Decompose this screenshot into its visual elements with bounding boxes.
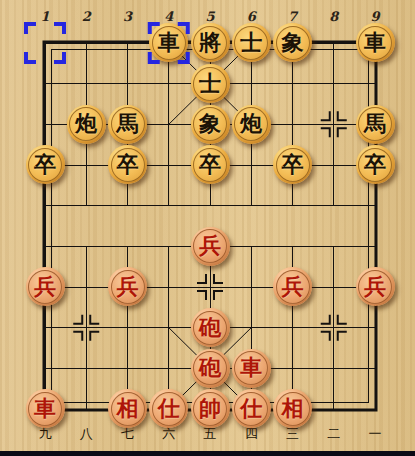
piece-black-卒[interactable]: 卒 [26,145,65,184]
piece-face: 象 [276,26,310,60]
piece-red-兵[interactable]: 兵 [26,267,65,306]
piece-face: 卒 [111,148,145,182]
piece-black-炮[interactable]: 炮 [232,105,271,144]
piece-black-象[interactable]: 象 [191,105,230,144]
piece-black-車[interactable]: 車 [356,23,395,62]
piece-face: 馬 [111,107,145,141]
window-bottom-edge [0,451,415,456]
piece-face: 士 [193,67,227,101]
piece-face: 砲 [193,311,227,345]
piece-face: 兵 [28,270,62,304]
piece-black-卒[interactable]: 卒 [273,145,312,184]
piece-black-卒[interactable]: 卒 [108,145,147,184]
piece-red-兵[interactable]: 兵 [273,267,312,306]
piece-black-炮[interactable]: 炮 [67,105,106,144]
piece-red-帥[interactable]: 帥 [191,389,230,428]
piece-black-象[interactable]: 象 [273,23,312,62]
piece-face: 炮 [234,107,268,141]
piece-red-仕[interactable]: 仕 [149,389,188,428]
piece-red-相[interactable]: 相 [273,389,312,428]
piece-red-仕[interactable]: 仕 [232,389,271,428]
piece-face: 卒 [276,148,310,182]
piece-face: 兵 [358,270,392,304]
piece-red-砲[interactable]: 砲 [191,349,230,388]
piece-black-馬[interactable]: 馬 [356,105,395,144]
piece-face: 將 [193,26,227,60]
piece-black-卒[interactable]: 卒 [356,145,395,184]
piece-face: 馬 [358,107,392,141]
piece-black-車[interactable]: 車 [149,23,188,62]
piece-face: 兵 [276,270,310,304]
piece-red-砲[interactable]: 砲 [191,308,230,347]
piece-face: 車 [234,351,268,385]
piece-black-將[interactable]: 將 [191,23,230,62]
piece-face: 仕 [152,392,186,426]
piece-face: 車 [28,392,62,426]
piece-face: 車 [152,26,186,60]
piece-black-士[interactable]: 士 [232,23,271,62]
piece-face: 車 [358,26,392,60]
piece-black-士[interactable]: 士 [191,64,230,103]
piece-face: 卒 [358,148,392,182]
piece-face: 相 [276,392,310,426]
piece-face: 砲 [193,351,227,385]
piece-red-兵[interactable]: 兵 [191,227,230,266]
piece-face: 帥 [193,392,227,426]
piece-red-車[interactable]: 車 [232,349,271,388]
piece-black-馬[interactable]: 馬 [108,105,147,144]
piece-face: 卒 [193,148,227,182]
piece-face: 象 [193,107,227,141]
piece-red-車[interactable]: 車 [26,389,65,428]
piece-face: 兵 [111,270,145,304]
xiangqi-board: 123456789 九八七六五四三二一 車將士象車士炮馬象炮馬卒卒卒卒卒兵兵兵兵… [0,0,415,456]
piece-red-兵[interactable]: 兵 [108,267,147,306]
piece-red-相[interactable]: 相 [108,389,147,428]
piece-black-卒[interactable]: 卒 [191,145,230,184]
piece-face: 炮 [69,107,103,141]
piece-grid[interactable]: 車將士象車士炮馬象炮馬卒卒卒卒卒兵兵兵兵兵砲砲車車相仕帥仕相 [24,23,395,430]
piece-face: 士 [234,26,268,60]
piece-face: 卒 [28,148,62,182]
piece-face: 仕 [234,392,268,426]
piece-red-兵[interactable]: 兵 [356,267,395,306]
piece-face: 相 [111,392,145,426]
piece-face: 兵 [193,229,227,263]
